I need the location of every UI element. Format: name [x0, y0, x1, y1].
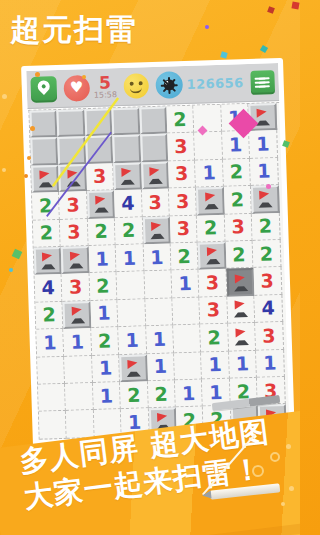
cell[interactable]: 1	[222, 131, 250, 159]
number-label: 4	[41, 278, 55, 297]
cell[interactable]: 3	[62, 273, 90, 301]
flag-icon	[147, 167, 163, 184]
confetti	[2, 168, 6, 172]
flag-icon	[204, 247, 220, 264]
cell[interactable]: 2	[32, 192, 60, 220]
flag-icon	[69, 306, 85, 323]
number-label: 2	[154, 384, 168, 403]
number-label: 3	[176, 192, 190, 211]
number-label: 1	[97, 304, 111, 323]
cell[interactable]: 1	[143, 243, 171, 271]
number-label: 1	[95, 249, 109, 268]
cell[interactable]: 3	[60, 219, 88, 247]
cell[interactable]: 1	[36, 329, 64, 357]
number-label: 2	[204, 218, 218, 237]
flag-icon	[65, 169, 81, 186]
life-timer: 15:58	[94, 90, 117, 100]
number-label: 3	[67, 223, 81, 242]
lives-indicator: ♥ 5 15:58	[63, 74, 117, 102]
number-label: 1	[99, 359, 113, 378]
number-label: 1	[153, 330, 167, 349]
cell[interactable]: 1	[249, 131, 277, 159]
cell[interactable]	[172, 297, 200, 325]
number-label: 2	[39, 196, 53, 215]
cell[interactable]	[38, 384, 66, 412]
cell[interactable]	[113, 162, 141, 190]
flag-icon	[120, 168, 136, 185]
cell[interactable]: 1	[172, 270, 200, 298]
cell[interactable]: 2	[223, 159, 251, 187]
cell[interactable]: 2	[171, 243, 199, 271]
cell[interactable]	[30, 137, 58, 165]
cell[interactable]	[59, 164, 87, 192]
confetti	[291, 1, 299, 9]
cell[interactable]	[34, 247, 62, 275]
flag-icon	[68, 251, 84, 268]
number-label: 4	[121, 193, 135, 212]
cell[interactable]: 3	[168, 160, 196, 188]
cell[interactable]	[145, 298, 173, 326]
number-label: 3	[93, 167, 107, 186]
cell[interactable]: 2	[88, 218, 116, 246]
number-label: 1	[209, 383, 223, 402]
number-label: 2	[259, 244, 273, 263]
cell[interactable]	[84, 108, 112, 136]
flag-icon	[93, 196, 109, 213]
number-label: 2	[230, 190, 244, 209]
cell[interactable]: 2	[201, 324, 229, 352]
number-label: 2	[42, 306, 56, 325]
flag-icon	[255, 109, 271, 126]
cell[interactable]: 2	[33, 220, 61, 248]
cell[interactable]	[174, 352, 202, 380]
number-label: 1	[202, 164, 216, 183]
cell[interactable]: 3	[59, 191, 87, 219]
cell[interactable]: 3	[86, 163, 114, 191]
promo-screenshot: { "app_title": "超元扫雷", "hud": { "lives":…	[0, 0, 300, 535]
number-label: 1	[182, 383, 196, 402]
cell[interactable]	[173, 325, 201, 353]
cell[interactable]: 3	[199, 269, 227, 297]
cell[interactable]: 3	[255, 322, 283, 350]
cell[interactable]: 2	[115, 217, 143, 245]
flag-icon	[234, 328, 250, 345]
flag-icon	[126, 359, 142, 376]
cell[interactable]: 1	[175, 379, 203, 407]
cell[interactable]	[112, 107, 140, 135]
cell[interactable]	[227, 296, 255, 324]
cell[interactable]: 2	[120, 381, 148, 409]
mine-count-value: 126656	[186, 75, 244, 92]
number-label: 1	[257, 162, 271, 181]
confetti	[260, 45, 268, 53]
cell[interactable]	[194, 105, 222, 133]
number-label: 2	[127, 385, 141, 404]
number-label: 2	[259, 217, 273, 236]
cell[interactable]	[196, 187, 224, 215]
number-label: 3	[175, 164, 189, 183]
number-label: 3	[231, 217, 245, 236]
number-label: 1	[228, 108, 242, 127]
minesweeper-board: 2131133121234332232232321112224321332134…	[28, 102, 289, 439]
number-label: 2	[122, 221, 136, 240]
cell[interactable]	[119, 354, 147, 382]
cell[interactable]: 2	[252, 213, 280, 241]
flag-icon	[233, 301, 249, 318]
number-label: 4	[261, 299, 275, 318]
cell[interactable]	[251, 185, 279, 213]
flag-icon	[257, 191, 273, 208]
cell[interactable]: 1	[89, 245, 117, 273]
confetti	[267, 6, 275, 14]
menu-button[interactable]	[250, 70, 275, 95]
cell[interactable]: 2	[253, 240, 281, 268]
number-label: 1	[70, 332, 84, 351]
cell[interactable]	[226, 268, 254, 296]
cell[interactable]	[61, 246, 89, 274]
cell[interactable]	[85, 136, 113, 164]
number-label: 1	[236, 354, 250, 373]
cell[interactable]: 2	[89, 273, 117, 301]
number-label: 2	[40, 223, 54, 242]
cell[interactable]	[58, 137, 86, 165]
cell[interactable]	[65, 356, 93, 384]
cell[interactable]	[87, 190, 115, 218]
lives-count: 5	[99, 75, 111, 90]
cell[interactable]: 1	[256, 350, 284, 378]
flag-icon	[233, 274, 249, 291]
number-label: 2	[98, 331, 112, 350]
cell[interactable]: 1	[146, 326, 174, 354]
cell[interactable]: 2	[225, 241, 253, 269]
cell[interactable]: 4	[255, 295, 283, 323]
cell[interactable]: 3	[254, 267, 282, 295]
number-label: 1	[43, 333, 57, 352]
cell[interactable]	[141, 161, 169, 189]
cell[interactable]	[140, 134, 168, 162]
number-label: 1	[178, 274, 192, 293]
cell[interactable]	[248, 103, 276, 131]
map-button[interactable]	[30, 76, 57, 103]
cell[interactable]: 3	[170, 215, 198, 243]
map-pin-icon	[35, 77, 52, 94]
cell[interactable]: 1	[250, 158, 278, 186]
number-label: 2	[207, 328, 221, 347]
number-label: 1	[123, 248, 137, 267]
cell[interactable]: 1	[93, 382, 121, 410]
cell[interactable]: 2	[148, 380, 176, 408]
number-label: 3	[206, 300, 220, 319]
confetti	[2, 94, 7, 99]
cell[interactable]	[63, 301, 91, 329]
cell[interactable]: 2	[35, 302, 63, 330]
cell[interactable]	[228, 323, 256, 351]
app-title: 超元扫雷	[10, 10, 138, 51]
flag-icon	[203, 192, 219, 209]
number-label: 1	[256, 134, 270, 153]
number-label: 2	[177, 247, 191, 266]
cell[interactable]: 2	[166, 106, 194, 134]
number-label: 2	[94, 222, 108, 241]
cell[interactable]: 1	[92, 355, 120, 383]
number-label: 3	[148, 193, 162, 212]
flag-icon	[40, 252, 56, 269]
confetti	[9, 268, 13, 272]
number-label: 3	[69, 277, 83, 296]
number-label: 3	[262, 326, 276, 345]
cell[interactable]	[39, 411, 67, 439]
cell[interactable]	[144, 271, 172, 299]
number-label: 2	[232, 245, 246, 264]
number-label: 2	[173, 110, 187, 129]
number-label: 3	[66, 195, 80, 214]
cell[interactable]: 2	[224, 186, 252, 214]
number-label: 3	[260, 271, 274, 290]
cell[interactable]: 1	[201, 351, 229, 379]
confetti	[205, 25, 209, 29]
cell[interactable]: 1	[221, 104, 249, 132]
cell[interactable]	[31, 165, 59, 193]
confetti	[12, 249, 23, 260]
cell[interactable]: 1	[195, 160, 223, 188]
cell[interactable]: 3	[142, 189, 170, 217]
cell[interactable]	[118, 299, 146, 327]
number-label: 3	[176, 219, 190, 238]
cell[interactable]	[195, 132, 223, 160]
cell[interactable]: 2	[197, 214, 225, 242]
cell[interactable]: 4	[35, 274, 63, 302]
number-label: 1	[263, 353, 277, 372]
number-label: 1	[125, 330, 139, 349]
number-label: 1	[208, 355, 222, 374]
cell[interactable]	[142, 216, 170, 244]
number-label: 2	[96, 276, 110, 295]
cell[interactable]: 3	[169, 188, 197, 216]
mine-icon	[155, 71, 183, 99]
flag-icon	[38, 170, 54, 187]
cell[interactable]	[65, 383, 93, 411]
flag-icon	[149, 221, 165, 238]
heart-icon: ♥	[63, 74, 90, 101]
number-label: 2	[230, 163, 244, 182]
cell[interactable]	[198, 242, 226, 270]
confetti	[220, 51, 227, 58]
cell[interactable]	[139, 107, 167, 135]
mine-counter: 126656	[155, 69, 244, 99]
number-label: 3	[174, 137, 188, 156]
cell[interactable]: 3	[167, 133, 195, 161]
cell[interactable]	[29, 110, 57, 138]
number-label: 1	[229, 135, 243, 154]
cell[interactable]	[37, 356, 65, 384]
cell[interactable]: 1	[118, 326, 146, 354]
cell[interactable]: 1	[64, 328, 92, 356]
number-label: 1	[100, 386, 114, 405]
cell[interactable]: 3	[225, 213, 253, 241]
number-label: 1	[153, 357, 167, 376]
cell[interactable]: 3	[200, 296, 228, 324]
cell[interactable]	[117, 272, 145, 300]
cell[interactable]: 1	[147, 353, 175, 381]
cell[interactable]: 1	[116, 244, 144, 272]
game-hud: ♥ 5 15:58 126656	[26, 63, 279, 109]
cell[interactable]: 2	[91, 327, 119, 355]
number-label: 3	[206, 273, 220, 292]
cell[interactable]: 1	[229, 350, 257, 378]
cell[interactable]	[112, 135, 140, 163]
number-label: 1	[150, 247, 164, 266]
cell[interactable]: 1	[90, 300, 118, 328]
cell[interactable]	[57, 109, 85, 137]
cell[interactable]: 4	[114, 190, 142, 218]
smiley-button[interactable]	[123, 73, 149, 99]
